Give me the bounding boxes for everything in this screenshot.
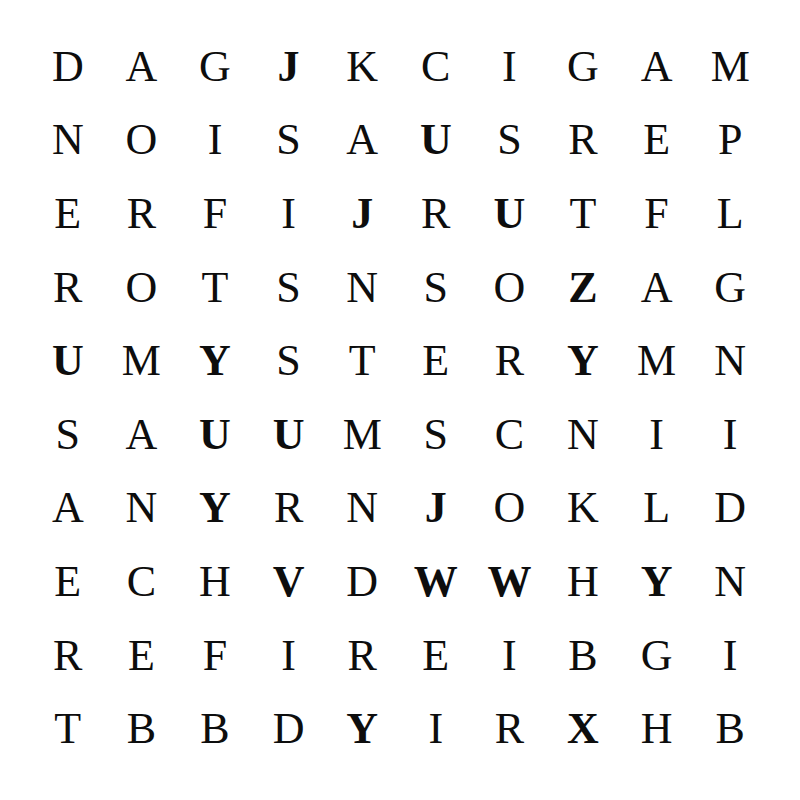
grid-cell-c4[interactable]: T: [178, 251, 252, 325]
grid-cell-b4[interactable]: O: [105, 251, 179, 325]
grid-cell-e7[interactable]: N: [325, 472, 399, 546]
grid-cell-e10[interactable]: Y: [325, 692, 399, 766]
grid-cell-j8[interactable]: N: [693, 545, 767, 619]
grid-cell-i10[interactable]: H: [620, 692, 694, 766]
grid-cell-g2[interactable]: S: [473, 104, 547, 178]
grid-cell-b1[interactable]: A: [105, 30, 179, 104]
grid-cell-b5[interactable]: M: [105, 324, 179, 398]
grid-cell-f9[interactable]: E: [399, 619, 473, 693]
grid-cell-g4[interactable]: O: [473, 251, 547, 325]
grid-cell-c3[interactable]: F: [178, 177, 252, 251]
grid-cell-j6[interactable]: I: [693, 398, 767, 472]
grid-cell-b6[interactable]: A: [105, 398, 179, 472]
grid-cell-j5[interactable]: N: [693, 324, 767, 398]
grid-cell-h8[interactable]: H: [546, 545, 620, 619]
grid-cell-e8[interactable]: D: [325, 545, 399, 619]
grid-cell-g5[interactable]: R: [473, 324, 547, 398]
grid-cell-f3[interactable]: R: [399, 177, 473, 251]
grid-cell-a5[interactable]: U: [31, 324, 105, 398]
grid-cell-d9[interactable]: I: [252, 619, 326, 693]
grid-cell-i4[interactable]: A: [620, 251, 694, 325]
grid-cell-a10[interactable]: T: [31, 692, 105, 766]
grid-cell-j9[interactable]: I: [693, 619, 767, 693]
grid-cell-f8[interactable]: W: [399, 545, 473, 619]
grid-cell-i2[interactable]: E: [620, 104, 694, 178]
grid-cell-f7[interactable]: J: [399, 472, 473, 546]
grid-cell-d3[interactable]: I: [252, 177, 326, 251]
grid-cell-g9[interactable]: I: [473, 619, 547, 693]
grid-cell-b8[interactable]: C: [105, 545, 179, 619]
grid-cell-e5[interactable]: T: [325, 324, 399, 398]
word-search-page: DAGJKCIGAMNOISAUSREPERFIJRUTFLROTSNSOZAG…: [0, 0, 800, 800]
grid-cell-c10[interactable]: B: [178, 692, 252, 766]
grid-cell-b3[interactable]: R: [105, 177, 179, 251]
grid-cell-h2[interactable]: R: [546, 104, 620, 178]
grid-cell-f6[interactable]: S: [399, 398, 473, 472]
grid-cell-e9[interactable]: R: [325, 619, 399, 693]
grid-cell-g8[interactable]: W: [473, 545, 547, 619]
grid-cell-b9[interactable]: E: [105, 619, 179, 693]
grid-cell-b2[interactable]: O: [105, 104, 179, 178]
grid-cell-a2[interactable]: N: [31, 104, 105, 178]
grid-cell-e4[interactable]: N: [325, 251, 399, 325]
grid-cell-h1[interactable]: G: [546, 30, 620, 104]
grid-cell-a3[interactable]: E: [31, 177, 105, 251]
grid-cell-a6[interactable]: S: [31, 398, 105, 472]
grid-cell-i3[interactable]: F: [620, 177, 694, 251]
grid-cell-i9[interactable]: G: [620, 619, 694, 693]
grid-cell-j4[interactable]: G: [693, 251, 767, 325]
grid-cell-i5[interactable]: M: [620, 324, 694, 398]
grid-cell-g1[interactable]: I: [473, 30, 547, 104]
grid-cell-a8[interactable]: E: [31, 545, 105, 619]
grid-cell-f10[interactable]: I: [399, 692, 473, 766]
grid-cell-d8[interactable]: V: [252, 545, 326, 619]
grid-cell-h10[interactable]: X: [546, 692, 620, 766]
grid-cell-e6[interactable]: M: [325, 398, 399, 472]
grid-cell-e1[interactable]: K: [325, 30, 399, 104]
grid-cell-c5[interactable]: Y: [178, 324, 252, 398]
grid-cell-a7[interactable]: A: [31, 472, 105, 546]
grid-cell-b10[interactable]: B: [105, 692, 179, 766]
grid-cell-g10[interactable]: R: [473, 692, 547, 766]
grid-cell-d2[interactable]: S: [252, 104, 326, 178]
grid-cell-d1[interactable]: J: [252, 30, 326, 104]
grid-cell-h4[interactable]: Z: [546, 251, 620, 325]
grid-cell-i7[interactable]: L: [620, 472, 694, 546]
grid-cell-j2[interactable]: P: [693, 104, 767, 178]
grid-cell-i8[interactable]: Y: [620, 545, 694, 619]
grid-cell-f1[interactable]: C: [399, 30, 473, 104]
grid-cell-h3[interactable]: T: [546, 177, 620, 251]
grid-cell-d7[interactable]: R: [252, 472, 326, 546]
grid-cell-e2[interactable]: A: [325, 104, 399, 178]
grid-cell-i1[interactable]: A: [620, 30, 694, 104]
grid-cell-c9[interactable]: F: [178, 619, 252, 693]
grid-cell-h9[interactable]: B: [546, 619, 620, 693]
grid-cell-a4[interactable]: R: [31, 251, 105, 325]
grid-cell-f4[interactable]: S: [399, 251, 473, 325]
grid-cell-e3[interactable]: J: [325, 177, 399, 251]
grid-cell-d10[interactable]: D: [252, 692, 326, 766]
grid-cell-j7[interactable]: D: [693, 472, 767, 546]
grid-cell-h6[interactable]: N: [546, 398, 620, 472]
grid-cell-g6[interactable]: C: [473, 398, 547, 472]
grid-cell-g7[interactable]: O: [473, 472, 547, 546]
grid-cell-c2[interactable]: I: [178, 104, 252, 178]
grid-cell-a9[interactable]: R: [31, 619, 105, 693]
grid-cell-d6[interactable]: U: [252, 398, 326, 472]
grid-cell-d5[interactable]: S: [252, 324, 326, 398]
grid-cell-f2[interactable]: U: [399, 104, 473, 178]
grid-cell-h5[interactable]: Y: [546, 324, 620, 398]
grid-cell-f5[interactable]: E: [399, 324, 473, 398]
grid-cell-j1[interactable]: M: [693, 30, 767, 104]
grid-cell-i6[interactable]: I: [620, 398, 694, 472]
grid-cell-a1[interactable]: D: [31, 30, 105, 104]
grid-cell-h7[interactable]: K: [546, 472, 620, 546]
grid-cell-j3[interactable]: L: [693, 177, 767, 251]
grid-cell-c1[interactable]: G: [178, 30, 252, 104]
grid-cell-d4[interactable]: S: [252, 251, 326, 325]
word-search-grid: DAGJKCIGAMNOISAUSREPERFIJRUTFLROTSNSOZAG…: [31, 30, 767, 766]
grid-cell-c6[interactable]: U: [178, 398, 252, 472]
grid-cell-g3[interactable]: U: [473, 177, 547, 251]
grid-cell-c8[interactable]: H: [178, 545, 252, 619]
grid-cell-b7[interactable]: N: [105, 472, 179, 546]
grid-cell-c7[interactable]: Y: [178, 472, 252, 546]
grid-cell-j10[interactable]: B: [693, 692, 767, 766]
